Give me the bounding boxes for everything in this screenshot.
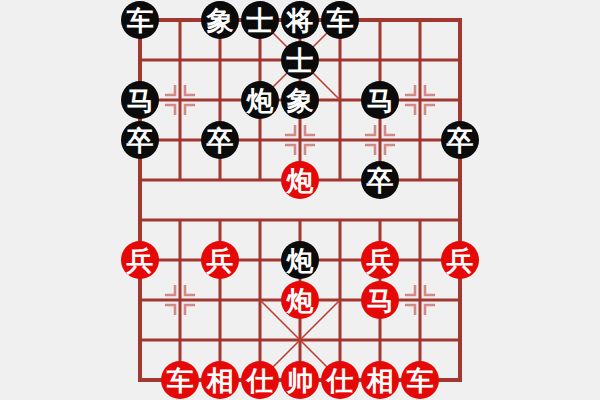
piece-black-chariot[interactable]: 车 [321,1,359,39]
board-point-5-9[interactable]: 仕 [320,360,360,400]
board-point-7-5[interactable] [400,200,440,240]
board-point-0-6[interactable]: 兵 [120,240,160,280]
board-point-6-1[interactable] [360,40,400,80]
board-point-7-9[interactable]: 车 [400,360,440,400]
piece-black-horse[interactable]: 马 [361,81,399,119]
piece-black-cannon[interactable]: 炮 [241,81,279,119]
board-point-3-1[interactable] [240,40,280,80]
board-point-0-9[interactable] [120,360,160,400]
board-point-3-2[interactable]: 炮 [240,80,280,120]
board-point-3-7[interactable] [240,280,280,320]
piece-black-general[interactable]: 将 [281,1,319,39]
board-point-5-0[interactable]: 车 [320,0,360,40]
board-point-7-3[interactable] [400,120,440,160]
board-point-5-7[interactable] [320,280,360,320]
piece-red-general[interactable]: 帅 [281,361,319,399]
piece-black-elephant[interactable]: 象 [281,81,319,119]
board-point-8-7[interactable] [440,280,480,320]
board-point-4-0[interactable]: 将 [280,0,320,40]
board-point-1-4[interactable] [160,160,200,200]
board-point-2-9[interactable]: 相 [200,360,240,400]
piece-black-soldier[interactable]: 卒 [121,121,159,159]
piece-red-cannon[interactable]: 炮 [281,281,319,319]
board-point-8-3[interactable]: 卒 [440,120,480,160]
board-point-2-7[interactable] [200,280,240,320]
board-point-5-8[interactable] [320,320,360,360]
board-point-1-7[interactable] [160,280,200,320]
board-point-0-1[interactable] [120,40,160,80]
piece-red-chariot[interactable]: 车 [161,361,199,399]
board-point-8-0[interactable] [440,0,480,40]
piece-black-soldier[interactable]: 卒 [361,161,399,199]
piece-red-soldier[interactable]: 兵 [201,241,239,279]
piece-black-horse[interactable]: 马 [121,81,159,119]
board-point-0-0[interactable]: 车 [120,0,160,40]
board-point-8-6[interactable]: 兵 [440,240,480,280]
board-point-7-1[interactable] [400,40,440,80]
board-point-8-1[interactable] [440,40,480,80]
board-point-1-5[interactable] [160,200,200,240]
piece-red-soldier[interactable]: 兵 [441,241,479,279]
board-point-4-9[interactable]: 帅 [280,360,320,400]
board-point-4-8[interactable] [280,320,320,360]
board-point-0-2[interactable]: 马 [120,80,160,120]
board-point-1-3[interactable] [160,120,200,160]
board-point-3-0[interactable]: 士 [240,0,280,40]
piece-red-advisor[interactable]: 仕 [321,361,359,399]
board-point-2-1[interactable] [200,40,240,80]
board-point-3-9[interactable]: 仕 [240,360,280,400]
board-point-3-3[interactable] [240,120,280,160]
piece-black-soldier[interactable]: 卒 [201,121,239,159]
board-point-6-4[interactable]: 卒 [360,160,400,200]
piece-black-cannon[interactable]: 炮 [281,241,319,279]
board-point-8-9[interactable] [440,360,480,400]
board-point-7-2[interactable] [400,80,440,120]
board-point-1-0[interactable] [160,0,200,40]
piece-red-soldier[interactable]: 兵 [121,241,159,279]
board-point-2-5[interactable] [200,200,240,240]
board-point-4-2[interactable]: 象 [280,80,320,120]
board-point-5-5[interactable] [320,200,360,240]
board-point-8-5[interactable] [440,200,480,240]
board-point-3-6[interactable] [240,240,280,280]
board-point-2-0[interactable]: 象 [200,0,240,40]
board-point-8-8[interactable] [440,320,480,360]
board-point-6-7[interactable]: 马 [360,280,400,320]
board-point-5-3[interactable] [320,120,360,160]
piece-red-cannon[interactable]: 炮 [281,161,319,199]
board-point-4-3[interactable] [280,120,320,160]
board-point-4-4[interactable]: 炮 [280,160,320,200]
board-point-6-8[interactable] [360,320,400,360]
board-point-1-2[interactable] [160,80,200,120]
board-point-2-4[interactable] [200,160,240,200]
piece-red-chariot[interactable]: 车 [401,361,439,399]
board-point-0-3[interactable]: 卒 [120,120,160,160]
piece-black-advisor[interactable]: 士 [281,41,319,79]
board-point-8-2[interactable] [440,80,480,120]
board-point-8-4[interactable] [440,160,480,200]
board-point-1-1[interactable] [160,40,200,80]
board-point-4-6[interactable]: 炮 [280,240,320,280]
board-point-7-0[interactable] [400,0,440,40]
board-point-1-6[interactable] [160,240,200,280]
board-point-6-3[interactable] [360,120,400,160]
board-point-7-8[interactable] [400,320,440,360]
board-point-4-5[interactable] [280,200,320,240]
board-point-0-4[interactable] [120,160,160,200]
board-point-6-2[interactable]: 马 [360,80,400,120]
piece-red-horse[interactable]: 马 [361,281,399,319]
board-point-5-2[interactable] [320,80,360,120]
board-point-6-9[interactable]: 相 [360,360,400,400]
board-point-0-8[interactable] [120,320,160,360]
piece-black-elephant[interactable]: 象 [201,1,239,39]
board-point-2-6[interactable]: 兵 [200,240,240,280]
piece-red-elephant[interactable]: 相 [361,361,399,399]
board-point-1-8[interactable] [160,320,200,360]
board-point-2-8[interactable] [200,320,240,360]
board-point-6-6[interactable]: 兵 [360,240,400,280]
board-point-5-1[interactable] [320,40,360,80]
board-point-5-6[interactable] [320,240,360,280]
board-point-0-5[interactable] [120,200,160,240]
board-point-2-2[interactable] [200,80,240,120]
piece-red-advisor[interactable]: 仕 [241,361,279,399]
board-point-1-9[interactable]: 车 [160,360,200,400]
piece-black-chariot[interactable]: 车 [121,1,159,39]
piece-black-soldier[interactable]: 卒 [441,121,479,159]
board-point-7-6[interactable] [400,240,440,280]
board-point-2-3[interactable]: 卒 [200,120,240,160]
board-points: 车象士将车士马炮象马卒卒卒炮卒兵兵炮兵兵炮马车相仕帅仕相车 [120,0,480,400]
board-point-3-5[interactable] [240,200,280,240]
board-point-4-7[interactable]: 炮 [280,280,320,320]
piece-red-elephant[interactable]: 相 [201,361,239,399]
board-point-6-0[interactable] [360,0,400,40]
board-point-7-4[interactable] [400,160,440,200]
board-point-3-8[interactable] [240,320,280,360]
board-point-0-7[interactable] [120,280,160,320]
board-point-5-4[interactable] [320,160,360,200]
board-point-6-5[interactable] [360,200,400,240]
board-point-3-4[interactable] [240,160,280,200]
board-point-7-7[interactable] [400,280,440,320]
xiangqi-board: 车象士将车士马炮象马卒卒卒炮卒兵兵炮兵兵炮马车相仕帅仕相车 [0,0,600,400]
piece-black-advisor[interactable]: 士 [241,1,279,39]
piece-red-soldier[interactable]: 兵 [361,241,399,279]
board-point-4-1[interactable]: 士 [280,40,320,80]
